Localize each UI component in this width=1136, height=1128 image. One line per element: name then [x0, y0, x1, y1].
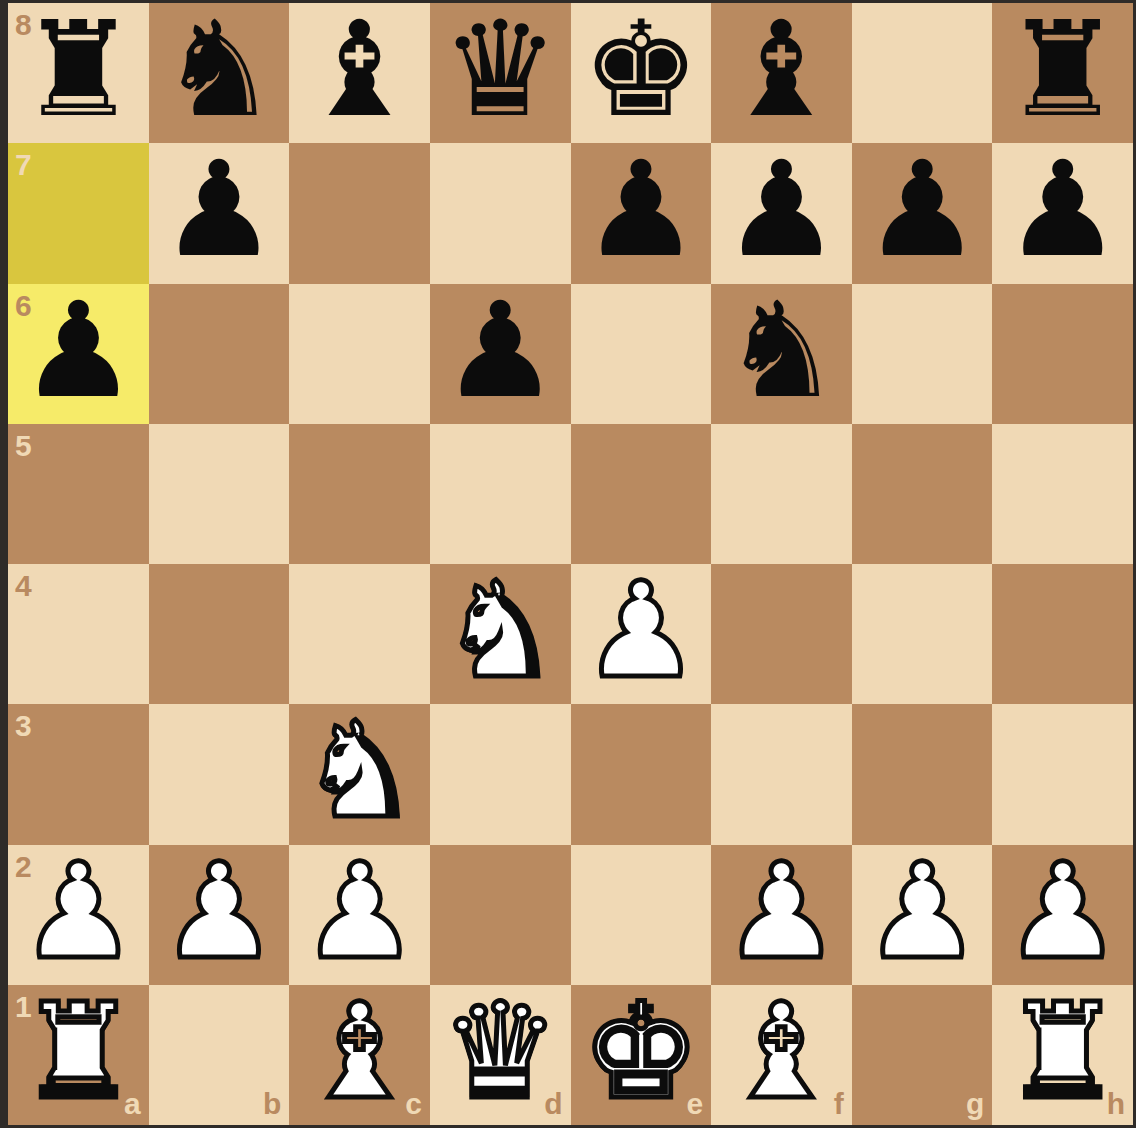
square-f4[interactable]	[711, 564, 852, 704]
piece-black-pawn-h7[interactable]: ♟	[1004, 143, 1122, 275]
square-d2[interactable]	[430, 845, 571, 985]
file-label-g: g	[966, 1089, 984, 1119]
piece-white-bishop-f1[interactable]: ♝	[722, 985, 840, 1117]
square-g8[interactable]	[852, 3, 993, 143]
square-b5[interactable]	[149, 424, 290, 564]
piece-black-pawn-f7[interactable]: ♟	[722, 143, 840, 275]
square-h4[interactable]	[992, 564, 1133, 704]
square-e5[interactable]	[571, 424, 712, 564]
square-e8[interactable]: ♚	[571, 3, 712, 143]
square-c5[interactable]	[289, 424, 430, 564]
square-a7[interactable]: 7	[8, 143, 149, 283]
rank-label-5: 5	[15, 431, 32, 461]
square-g6[interactable]	[852, 284, 993, 424]
square-d6[interactable]: ♟	[430, 284, 571, 424]
chess-board: 8♜♞♝♛♚♝♜7♟♟♟♟♟6♟♟♞54♞♟3♞2♟♟♟♟♟♟1a♜bc♝d♛e…	[8, 3, 1133, 1125]
square-g1[interactable]: g	[852, 985, 993, 1125]
square-g5[interactable]	[852, 424, 993, 564]
square-h2[interactable]: ♟	[992, 845, 1133, 985]
square-c3[interactable]: ♞	[289, 704, 430, 844]
piece-black-pawn-b7[interactable]: ♟	[160, 143, 278, 275]
square-c4[interactable]	[289, 564, 430, 704]
square-e7[interactable]: ♟	[571, 143, 712, 283]
square-g4[interactable]	[852, 564, 993, 704]
piece-white-knight-d4[interactable]: ♞	[441, 564, 559, 696]
square-b4[interactable]	[149, 564, 290, 704]
square-g2[interactable]: ♟	[852, 845, 993, 985]
piece-white-queen-d1[interactable]: ♛	[441, 985, 559, 1117]
square-d5[interactable]	[430, 424, 571, 564]
piece-white-pawn-h2[interactable]: ♟	[1004, 845, 1122, 977]
square-b8[interactable]: ♞	[149, 3, 290, 143]
piece-white-rook-a1[interactable]: ♜	[19, 985, 137, 1117]
piece-white-pawn-a2[interactable]: ♟	[19, 845, 137, 977]
square-c1[interactable]: c♝	[289, 985, 430, 1125]
square-f1[interactable]: f♝	[711, 985, 852, 1125]
piece-black-bishop-f8[interactable]: ♝	[722, 3, 840, 135]
square-e3[interactable]	[571, 704, 712, 844]
square-d8[interactable]: ♛	[430, 3, 571, 143]
rank-label-4: 4	[15, 571, 32, 601]
square-e1[interactable]: e♚	[571, 985, 712, 1125]
rank-label-7: 7	[15, 150, 32, 180]
square-c6[interactable]	[289, 284, 430, 424]
piece-black-queen-d8[interactable]: ♛	[441, 3, 559, 135]
square-a4[interactable]: 4	[8, 564, 149, 704]
piece-black-pawn-g7[interactable]: ♟	[863, 143, 981, 275]
square-b1[interactable]: b	[149, 985, 290, 1125]
square-h3[interactable]	[992, 704, 1133, 844]
square-f7[interactable]: ♟	[711, 143, 852, 283]
piece-white-king-e1[interactable]: ♚	[582, 985, 700, 1117]
square-b3[interactable]	[149, 704, 290, 844]
piece-white-pawn-c2[interactable]: ♟	[300, 845, 418, 977]
piece-white-pawn-b2[interactable]: ♟	[160, 845, 278, 977]
square-b7[interactable]: ♟	[149, 143, 290, 283]
piece-black-pawn-d6[interactable]: ♟	[441, 284, 559, 416]
piece-black-pawn-a6[interactable]: ♟	[19, 284, 137, 416]
square-a8[interactable]: 8♜	[8, 3, 149, 143]
piece-white-bishop-c1[interactable]: ♝	[300, 985, 418, 1117]
square-a3[interactable]: 3	[8, 704, 149, 844]
piece-black-rook-a8[interactable]: ♜	[19, 3, 137, 135]
square-e6[interactable]	[571, 284, 712, 424]
square-b6[interactable]	[149, 284, 290, 424]
piece-black-rook-h8[interactable]: ♜	[1004, 3, 1122, 135]
square-a1[interactable]: 1a♜	[8, 985, 149, 1125]
piece-black-pawn-e7[interactable]: ♟	[582, 143, 700, 275]
square-e2[interactable]	[571, 845, 712, 985]
square-h1[interactable]: h♜	[992, 985, 1133, 1125]
square-c2[interactable]: ♟	[289, 845, 430, 985]
square-b2[interactable]: ♟	[149, 845, 290, 985]
square-a6[interactable]: 6♟	[8, 284, 149, 424]
square-h7[interactable]: ♟	[992, 143, 1133, 283]
square-c7[interactable]	[289, 143, 430, 283]
square-d7[interactable]	[430, 143, 571, 283]
square-a5[interactable]: 5	[8, 424, 149, 564]
square-g7[interactable]: ♟	[852, 143, 993, 283]
square-f3[interactable]	[711, 704, 852, 844]
square-f2[interactable]: ♟	[711, 845, 852, 985]
square-f5[interactable]	[711, 424, 852, 564]
piece-white-pawn-e4[interactable]: ♟	[582, 564, 700, 696]
square-e4[interactable]: ♟	[571, 564, 712, 704]
square-d3[interactable]	[430, 704, 571, 844]
square-h5[interactable]	[992, 424, 1133, 564]
square-d4[interactable]: ♞	[430, 564, 571, 704]
piece-black-knight-b8[interactable]: ♞	[160, 3, 278, 135]
square-h8[interactable]: ♜	[992, 3, 1133, 143]
square-f6[interactable]: ♞	[711, 284, 852, 424]
piece-black-knight-f6[interactable]: ♞	[722, 284, 840, 416]
square-c8[interactable]: ♝	[289, 3, 430, 143]
piece-white-pawn-f2[interactable]: ♟	[722, 845, 840, 977]
square-a2[interactable]: 2♟	[8, 845, 149, 985]
piece-white-knight-c3[interactable]: ♞	[300, 704, 418, 836]
file-label-b: b	[263, 1089, 281, 1119]
piece-white-rook-h1[interactable]: ♜	[1004, 985, 1122, 1117]
square-g3[interactable]	[852, 704, 993, 844]
square-f8[interactable]: ♝	[711, 3, 852, 143]
board-frame: 8♜♞♝♛♚♝♜7♟♟♟♟♟6♟♟♞54♞♟3♞2♟♟♟♟♟♟1a♜bc♝d♛e…	[0, 0, 1136, 1128]
piece-black-king-e8[interactable]: ♚	[582, 3, 700, 135]
rank-label-3: 3	[15, 711, 32, 741]
square-d1[interactable]: d♛	[430, 985, 571, 1125]
piece-white-pawn-g2[interactable]: ♟	[863, 845, 981, 977]
square-h6[interactable]	[992, 284, 1133, 424]
piece-black-bishop-c8[interactable]: ♝	[300, 3, 418, 135]
